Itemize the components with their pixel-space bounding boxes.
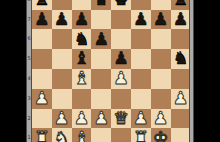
- chess-board: ♜♛♚♜♟♟♟♟♟♟♞♟♝♟♞♝♟♟♟♟♟♟♛♟♟♜♞♝♜♚: [32, 0, 190, 142]
- square-b5[interactable]: [52, 49, 72, 69]
- black-pawn-piece: ♟: [153, 10, 169, 28]
- square-c6[interactable]: ♞: [72, 29, 92, 49]
- black-pawn-piece: ♟: [113, 50, 129, 68]
- black-knight-piece: ♞: [173, 50, 189, 68]
- square-d3[interactable]: [91, 89, 111, 109]
- rank-label-4: 4: [27, 69, 31, 89]
- white-pawn-piece: ♟: [74, 109, 90, 127]
- square-h3[interactable]: ♟: [171, 89, 191, 109]
- white-pawn-piece: ♟: [93, 109, 109, 127]
- rank-label-7: 7: [27, 10, 31, 30]
- square-h5[interactable]: ♞: [171, 49, 191, 69]
- square-d6[interactable]: ♟: [91, 29, 111, 49]
- square-a4[interactable]: [32, 69, 52, 89]
- square-e6[interactable]: [111, 29, 131, 49]
- square-f3[interactable]: [131, 89, 151, 109]
- chess-screenshot: 87654321 ♜♛♚♜♟♟♟♟♟♟♞♟♝♟♞♝♟♟♟♟♟♟♛♟♟♜♞♝♜♚: [0, 0, 220, 142]
- square-b7[interactable]: ♟: [52, 10, 72, 30]
- white-pawn-piece: ♟: [54, 109, 70, 127]
- black-bishop-piece: ♝: [74, 50, 90, 68]
- square-h6[interactable]: [171, 29, 191, 49]
- square-e2[interactable]: ♛: [111, 109, 131, 129]
- rank-label-1: 1: [27, 128, 31, 142]
- square-h1[interactable]: [171, 128, 191, 142]
- black-queen-piece: ♛: [93, 0, 109, 8]
- black-rook-piece: ♜: [173, 0, 189, 8]
- black-pawn-piece: ♟: [34, 10, 50, 28]
- square-g4[interactable]: [151, 69, 171, 89]
- square-b1[interactable]: ♞: [52, 128, 72, 142]
- square-f6[interactable]: [131, 29, 151, 49]
- square-e1[interactable]: [111, 128, 131, 142]
- square-f4[interactable]: [131, 69, 151, 89]
- black-pawn-piece: ♟: [74, 10, 90, 28]
- square-d1[interactable]: [91, 128, 111, 142]
- square-a5[interactable]: [32, 49, 52, 69]
- square-c7[interactable]: ♟: [72, 10, 92, 30]
- white-pawn-piece: ♟: [133, 109, 149, 127]
- white-pawn-piece: ♟: [34, 89, 50, 107]
- rank-label-6: 6: [27, 29, 31, 49]
- square-a2[interactable]: [32, 109, 52, 129]
- square-c4[interactable]: ♝: [72, 69, 92, 89]
- black-pawn-piece: ♟: [54, 10, 70, 28]
- square-f1[interactable]: ♜: [131, 128, 151, 142]
- square-b2[interactable]: ♟: [52, 109, 72, 129]
- black-pawn-piece: ♟: [93, 30, 109, 48]
- square-a7[interactable]: ♟: [32, 10, 52, 30]
- square-b6[interactable]: [52, 29, 72, 49]
- square-g2[interactable]: ♟: [151, 109, 171, 129]
- white-queen-piece: ♛: [113, 109, 129, 127]
- square-g3[interactable]: [151, 89, 171, 109]
- black-pawn-piece: ♟: [173, 10, 189, 28]
- white-pawn-piece: ♟: [113, 70, 129, 88]
- white-bishop-piece: ♝: [74, 129, 90, 142]
- square-c2[interactable]: ♟: [72, 109, 92, 129]
- black-rook-piece: ♜: [34, 0, 50, 8]
- square-e3[interactable]: [111, 89, 131, 109]
- square-f7[interactable]: ♟: [131, 10, 151, 30]
- square-c5[interactable]: ♝: [72, 49, 92, 69]
- square-f5[interactable]: [131, 49, 151, 69]
- black-pawn-piece: ♟: [133, 10, 149, 28]
- square-b4[interactable]: [52, 69, 72, 89]
- square-c1[interactable]: ♝: [72, 128, 92, 142]
- square-g7[interactable]: ♟: [151, 10, 171, 30]
- square-d8[interactable]: ♛: [91, 0, 111, 10]
- square-h2[interactable]: [171, 109, 191, 129]
- board-frame-right-strip: [189, 0, 194, 142]
- square-a6[interactable]: [32, 29, 52, 49]
- rank-label-3: 3: [27, 89, 31, 109]
- square-g6[interactable]: [151, 29, 171, 49]
- black-knight-piece: ♞: [74, 30, 90, 48]
- rank-label-2: 2: [27, 109, 31, 129]
- white-bishop-piece: ♝: [74, 70, 90, 88]
- square-c3[interactable]: [72, 89, 92, 109]
- white-king-piece: ♚: [153, 129, 169, 142]
- square-h7[interactable]: ♟: [171, 10, 191, 30]
- black-king-piece: ♚: [113, 0, 129, 8]
- square-e7[interactable]: [111, 10, 131, 30]
- square-d7[interactable]: [91, 10, 111, 30]
- square-e5[interactable]: ♟: [111, 49, 131, 69]
- square-d5[interactable]: [91, 49, 111, 69]
- white-knight-piece: ♞: [54, 129, 70, 142]
- square-e4[interactable]: ♟: [111, 69, 131, 89]
- white-rook-piece: ♜: [34, 129, 50, 142]
- square-d2[interactable]: ♟: [91, 109, 111, 129]
- square-b3[interactable]: [52, 89, 72, 109]
- square-d4[interactable]: [91, 69, 111, 89]
- white-pawn-piece: ♟: [153, 109, 169, 127]
- white-pawn-piece: ♟: [173, 89, 189, 107]
- square-e8[interactable]: ♚: [111, 0, 131, 10]
- square-f2[interactable]: ♟: [131, 109, 151, 129]
- square-g5[interactable]: [151, 49, 171, 69]
- square-h4[interactable]: [171, 69, 191, 89]
- rank-label-8: 8: [27, 0, 31, 10]
- white-rook-piece: ♜: [133, 129, 149, 142]
- square-a3[interactable]: ♟: [32, 89, 52, 109]
- rank-label-5: 5: [27, 49, 31, 69]
- square-a1[interactable]: ♜: [32, 128, 52, 142]
- square-g1[interactable]: ♚: [151, 128, 171, 142]
